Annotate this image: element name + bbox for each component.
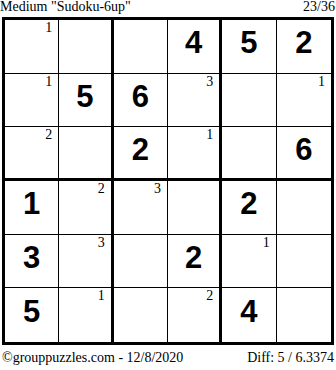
cell-r3c5[interactable] — [222, 127, 276, 181]
cell-r1c5[interactable]: 5 — [222, 20, 276, 74]
given-digit: 5 — [240, 27, 257, 58]
given-digit: 4 — [240, 296, 257, 327]
cell-r1c4[interactable]: 4 — [168, 20, 222, 74]
cell-r1c1[interactable]: 1 — [5, 20, 59, 74]
footer: ©grouppuzzles.com - 12/8/2020 Diff: 5 / … — [0, 350, 336, 365]
cell-r2c1[interactable]: 1 — [5, 74, 59, 128]
cell-r3c2[interactable] — [59, 127, 113, 181]
cell-r4c4[interactable] — [168, 181, 222, 235]
puzzle-page: Medium "Sudoku-6up" 23/36 14521563122161… — [0, 0, 336, 370]
corner-mark: 1 — [263, 235, 270, 250]
cell-r6c6[interactable] — [277, 288, 331, 342]
given-digit: 5 — [23, 296, 40, 327]
cell-r3c3[interactable]: 2 — [114, 127, 168, 181]
cell-r3c1[interactable]: 2 — [5, 127, 59, 181]
corner-mark: 1 — [206, 127, 213, 142]
cell-r1c3[interactable] — [114, 20, 168, 74]
sudoku-board: 1452156312216123233215124 — [2, 17, 334, 345]
cell-r2c4[interactable]: 3 — [168, 74, 222, 128]
corner-mark: 1 — [45, 74, 52, 89]
corner-mark: 1 — [45, 20, 52, 35]
given-digit: 2 — [185, 242, 202, 273]
cell-r1c6[interactable]: 2 — [277, 20, 331, 74]
copyright-text: ©grouppuzzles.com - 12/8/2020 — [2, 350, 183, 365]
cell-r5c1[interactable]: 3 — [5, 235, 59, 289]
corner-mark: 3 — [206, 74, 213, 89]
cell-r2c3[interactable]: 6 — [114, 74, 168, 128]
cell-r4c3[interactable]: 3 — [114, 181, 168, 235]
cell-r6c5[interactable]: 4 — [222, 288, 276, 342]
given-digit: 2 — [132, 134, 149, 165]
given-digit: 2 — [295, 27, 312, 58]
given-digit: 3 — [23, 242, 40, 273]
cell-r4c6[interactable] — [277, 181, 331, 235]
puzzle-counter: 23/36 — [303, 0, 335, 14]
header: Medium "Sudoku-6up" 23/36 — [0, 0, 336, 14]
given-digit: 4 — [185, 27, 202, 58]
cell-r5c3[interactable] — [114, 235, 168, 289]
corner-mark: 2 — [206, 288, 213, 303]
cell-r5c2[interactable]: 3 — [59, 235, 113, 289]
cell-r5c5[interactable]: 1 — [222, 235, 276, 289]
cell-r3c6[interactable]: 6 — [277, 127, 331, 181]
difficulty-text: Diff: 5 / 6.3374 — [247, 350, 334, 365]
cell-r4c5[interactable]: 2 — [222, 181, 276, 235]
cell-r4c1[interactable]: 1 — [5, 181, 59, 235]
cell-r5c6[interactable] — [277, 235, 331, 289]
corner-mark: 1 — [318, 74, 325, 89]
cell-r2c6[interactable]: 1 — [277, 74, 331, 128]
given-digit: 1 — [23, 188, 40, 219]
cell-r2c5[interactable] — [222, 74, 276, 128]
cell-r3c4[interactable]: 1 — [168, 127, 222, 181]
corner-mark: 1 — [98, 288, 105, 303]
sudoku-grid: 1452156312216123233215124 — [5, 20, 331, 342]
given-digit: 5 — [76, 81, 93, 112]
cell-r5c4[interactable]: 2 — [168, 235, 222, 289]
cell-r6c4[interactable]: 2 — [168, 288, 222, 342]
cell-r1c2[interactable] — [59, 20, 113, 74]
cell-r2c2[interactable]: 5 — [59, 74, 113, 128]
cell-r6c3[interactable] — [114, 288, 168, 342]
puzzle-title: Medium "Sudoku-6up" — [0, 0, 131, 14]
cell-r6c2[interactable]: 1 — [59, 288, 113, 342]
corner-mark: 3 — [154, 181, 161, 196]
corner-mark: 3 — [98, 235, 105, 250]
given-digit: 2 — [240, 188, 257, 219]
cell-r6c1[interactable]: 5 — [5, 288, 59, 342]
given-digit: 6 — [295, 134, 312, 165]
given-digit: 6 — [132, 81, 149, 112]
cell-r4c2[interactable]: 2 — [59, 181, 113, 235]
corner-mark: 2 — [98, 181, 105, 196]
corner-mark: 2 — [45, 127, 52, 142]
